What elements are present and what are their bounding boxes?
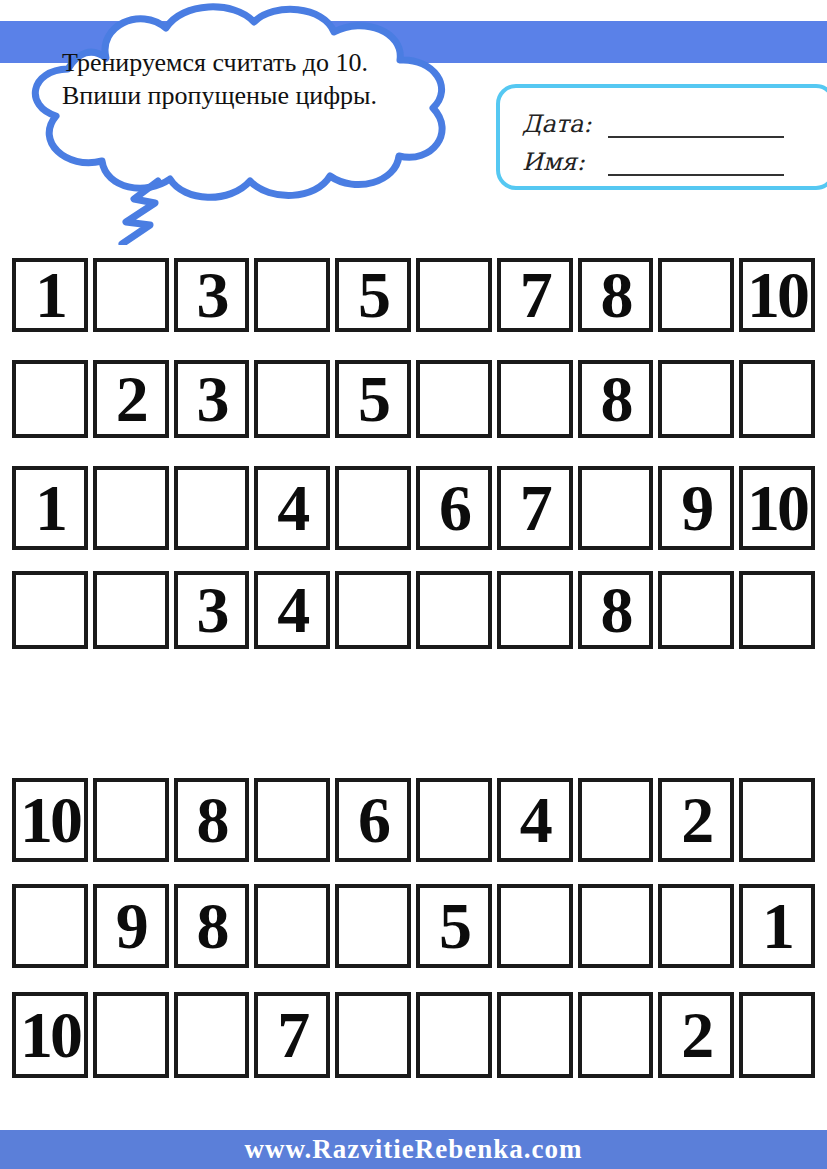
cell-r6c2-given: 9 bbox=[93, 884, 169, 968]
sequence-row-6: 9 8 5 1 bbox=[12, 884, 815, 968]
cell-r4c7-blank[interactable] bbox=[497, 571, 573, 649]
cell-r2c8-given: 8 bbox=[578, 360, 654, 438]
cell-r5c3-given: 8 bbox=[174, 778, 250, 862]
cell-r6c8-blank[interactable] bbox=[578, 884, 654, 968]
cell-r4c10-blank[interactable] bbox=[739, 571, 815, 649]
cell-r1c10-given: 10 bbox=[739, 258, 815, 332]
cell-r7c1-given: 10 bbox=[12, 992, 88, 1078]
cell-r6c4-blank[interactable] bbox=[254, 884, 330, 968]
cell-r1c6-blank[interactable] bbox=[416, 258, 492, 332]
cell-r5c7-given: 4 bbox=[497, 778, 573, 862]
cell-r5c2-blank[interactable] bbox=[93, 778, 169, 862]
name-field[interactable] bbox=[608, 148, 784, 176]
cell-r5c6-blank[interactable] bbox=[416, 778, 492, 862]
date-label: Дата: bbox=[522, 110, 596, 138]
cell-r1c8-given: 8 bbox=[578, 258, 654, 332]
sequence-row-2: 2 3 5 8 bbox=[12, 360, 815, 438]
cell-r5c4-blank[interactable] bbox=[254, 778, 330, 862]
cell-r4c2-blank[interactable] bbox=[93, 571, 169, 649]
cell-r7c8-blank[interactable] bbox=[578, 992, 654, 1078]
cell-r1c3-given: 3 bbox=[174, 258, 250, 332]
cloud-icon bbox=[6, 0, 456, 245]
cell-r6c10-given: 1 bbox=[739, 884, 815, 968]
cell-r6c7-blank[interactable] bbox=[497, 884, 573, 968]
instruction-text: Тренируемся считать до 10. Впиши пропуще… bbox=[62, 46, 422, 112]
cell-r7c3-blank[interactable] bbox=[174, 992, 250, 1078]
cell-r1c9-blank[interactable] bbox=[658, 258, 734, 332]
cell-r4c5-blank[interactable] bbox=[335, 571, 411, 649]
cell-r3c3-blank[interactable] bbox=[174, 466, 250, 550]
cell-r6c6-given: 5 bbox=[416, 884, 492, 968]
sequence-row-3: 1 4 6 7 9 10 bbox=[12, 466, 815, 550]
sequence-row-7: 10 7 2 bbox=[12, 992, 815, 1078]
cell-r3c9-given: 9 bbox=[658, 466, 734, 550]
cell-r5c8-blank[interactable] bbox=[578, 778, 654, 862]
cell-r7c5-blank[interactable] bbox=[335, 992, 411, 1078]
cell-r6c1-blank[interactable] bbox=[12, 884, 88, 968]
cell-r2c2-given: 2 bbox=[93, 360, 169, 438]
sequence-row-1: 1 3 5 7 8 10 bbox=[12, 258, 815, 332]
cell-r3c2-blank[interactable] bbox=[93, 466, 169, 550]
cell-r1c7-given: 7 bbox=[497, 258, 573, 332]
sequence-row-5: 10 8 6 4 2 bbox=[12, 778, 815, 862]
cell-r3c4-given: 4 bbox=[254, 466, 330, 550]
cell-r6c5-blank[interactable] bbox=[335, 884, 411, 968]
cell-r2c4-blank[interactable] bbox=[254, 360, 330, 438]
cell-r4c4-given: 4 bbox=[254, 571, 330, 649]
cell-r5c1-given: 10 bbox=[12, 778, 88, 862]
cell-r1c5-given: 5 bbox=[335, 258, 411, 332]
cell-r3c1-given: 1 bbox=[12, 466, 88, 550]
cell-r3c5-blank[interactable] bbox=[335, 466, 411, 550]
cell-r5c10-blank[interactable] bbox=[739, 778, 815, 862]
cell-r6c9-blank[interactable] bbox=[658, 884, 734, 968]
speech-bubble: Тренируемся считать до 10. Впиши пропуще… bbox=[6, 0, 456, 245]
date-row: Дата: bbox=[522, 100, 827, 138]
cell-r7c2-blank[interactable] bbox=[93, 992, 169, 1078]
cell-r1c4-blank[interactable] bbox=[254, 258, 330, 332]
cell-r1c2-blank[interactable] bbox=[93, 258, 169, 332]
cell-r6c3-given: 8 bbox=[174, 884, 250, 968]
cell-r2c5-given: 5 bbox=[335, 360, 411, 438]
cell-r3c8-blank[interactable] bbox=[578, 466, 654, 550]
date-name-box: Дата: Имя: bbox=[496, 84, 827, 190]
cell-r1c1-given: 1 bbox=[12, 258, 88, 332]
instruction-line-1: Тренируемся считать до 10. bbox=[62, 46, 422, 79]
cell-r7c10-blank[interactable] bbox=[739, 992, 815, 1078]
cell-r2c3-given: 3 bbox=[174, 360, 250, 438]
cell-r2c7-blank[interactable] bbox=[497, 360, 573, 438]
cell-r7c7-blank[interactable] bbox=[497, 992, 573, 1078]
cell-r5c5-given: 6 bbox=[335, 778, 411, 862]
cell-r4c8-given: 8 bbox=[578, 571, 654, 649]
cell-r2c1-blank[interactable] bbox=[12, 360, 88, 438]
cell-r4c1-blank[interactable] bbox=[12, 571, 88, 649]
sequence-row-4: 3 4 8 bbox=[12, 571, 815, 649]
footer-bar: www.RazvitieRebenka.com bbox=[0, 1130, 827, 1169]
cell-r7c4-given: 7 bbox=[254, 992, 330, 1078]
cell-r3c7-given: 7 bbox=[497, 466, 573, 550]
date-field[interactable] bbox=[608, 110, 784, 138]
cell-r7c9-given: 2 bbox=[658, 992, 734, 1078]
cell-r2c6-blank[interactable] bbox=[416, 360, 492, 438]
cell-r3c6-given: 6 bbox=[416, 466, 492, 550]
instruction-line-2: Впиши пропущеные цифры. bbox=[62, 79, 422, 112]
cell-r4c9-blank[interactable] bbox=[658, 571, 734, 649]
website-link[interactable]: www.RazvitieRebenka.com bbox=[245, 1134, 583, 1165]
cell-r5c9-given: 2 bbox=[658, 778, 734, 862]
worksheet-page: Тренируемся считать до 10. Впиши пропуще… bbox=[0, 0, 827, 1169]
cell-r4c6-blank[interactable] bbox=[416, 571, 492, 649]
cell-r4c3-given: 3 bbox=[174, 571, 250, 649]
cell-r2c9-blank[interactable] bbox=[658, 360, 734, 438]
name-row: Имя: bbox=[522, 138, 827, 176]
cell-r2c10-blank[interactable] bbox=[739, 360, 815, 438]
cell-r7c6-blank[interactable] bbox=[416, 992, 492, 1078]
name-label: Имя: bbox=[522, 148, 596, 176]
cell-r3c10-given: 10 bbox=[739, 466, 815, 550]
